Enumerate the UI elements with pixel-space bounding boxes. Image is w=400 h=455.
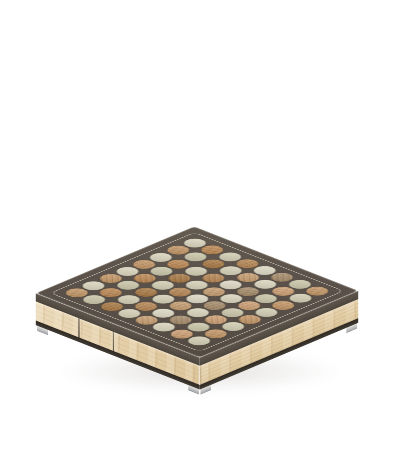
wood-inlay-disc bbox=[200, 313, 231, 326]
wood-inlay-disc bbox=[268, 299, 299, 312]
board-cell bbox=[181, 306, 215, 320]
wood-inlay-disc bbox=[165, 300, 196, 313]
wood-inlay-disc bbox=[199, 299, 230, 312]
cream-inlay-disc bbox=[217, 306, 248, 319]
board-cell bbox=[249, 305, 283, 319]
board-cell bbox=[146, 306, 180, 320]
cream-inlay-disc bbox=[183, 321, 214, 334]
cream-inlay-disc bbox=[217, 320, 248, 333]
board-cell bbox=[129, 299, 163, 313]
board-cell bbox=[77, 293, 111, 307]
drawer-seam bbox=[113, 332, 114, 352]
board-cell bbox=[180, 292, 214, 306]
board-cell bbox=[232, 313, 266, 327]
product-photo bbox=[0, 0, 400, 455]
cream-inlay-disc bbox=[147, 293, 178, 306]
board-cell bbox=[112, 292, 146, 306]
wood-inlay-disc bbox=[96, 300, 127, 313]
board-cell bbox=[112, 306, 146, 320]
board-cell bbox=[95, 300, 129, 314]
board-cell bbox=[266, 298, 300, 312]
board-cell bbox=[215, 306, 249, 320]
board-cell bbox=[216, 320, 250, 334]
wood-inlay-disc bbox=[131, 314, 162, 327]
board-cell bbox=[232, 299, 266, 313]
cream-inlay-disc bbox=[114, 307, 145, 320]
board-cell bbox=[214, 292, 248, 306]
cream-inlay-disc bbox=[184, 334, 215, 347]
wood-inlay-disc bbox=[200, 327, 231, 340]
cream-inlay-disc bbox=[148, 307, 179, 320]
board-cell bbox=[163, 299, 197, 313]
board-cell bbox=[199, 327, 233, 341]
board-cell bbox=[198, 299, 232, 313]
board-cell bbox=[165, 327, 199, 341]
board-cell bbox=[181, 320, 215, 334]
cream-inlay-disc bbox=[113, 293, 144, 306]
drawer-seam bbox=[78, 318, 79, 338]
board-cell bbox=[147, 320, 181, 334]
cream-inlay-disc bbox=[182, 307, 213, 320]
wood-inlay-disc bbox=[131, 300, 162, 313]
board-cell bbox=[182, 334, 216, 348]
checkers-board-box bbox=[36, 226, 358, 357]
board-cell bbox=[198, 313, 232, 327]
cream-inlay-disc bbox=[216, 292, 247, 305]
board-cell bbox=[130, 313, 164, 327]
board-cell bbox=[146, 292, 180, 306]
cream-inlay-disc bbox=[182, 293, 213, 306]
cream-inlay-disc bbox=[149, 321, 180, 334]
cream-inlay-disc bbox=[285, 292, 316, 305]
board-cell bbox=[164, 313, 198, 327]
wood-inlay-disc bbox=[165, 314, 196, 327]
cream-inlay-disc bbox=[79, 293, 110, 306]
wood-inlay-disc bbox=[166, 328, 197, 341]
board-cell bbox=[283, 291, 317, 305]
wood-inlay-disc bbox=[233, 299, 264, 312]
wood-inlay-disc bbox=[234, 313, 265, 326]
board-cell bbox=[249, 292, 283, 306]
cream-inlay-disc bbox=[250, 292, 281, 305]
cream-inlay-disc bbox=[251, 306, 282, 319]
